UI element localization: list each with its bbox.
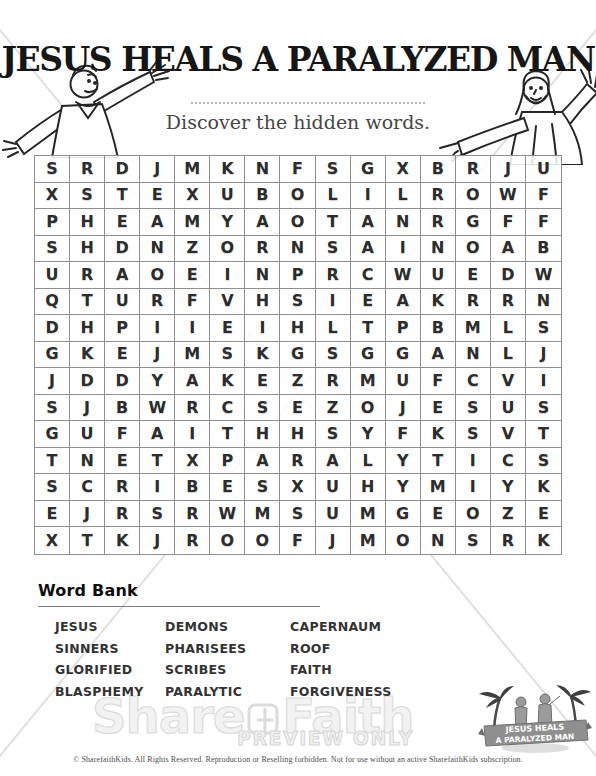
- grid-cell-r2c7[interactable]: B: [245, 183, 280, 210]
- grid-cell-r15c15[interactable]: K: [526, 527, 561, 554]
- grid-cell-r5c7[interactable]: N: [245, 262, 280, 289]
- grid-cell-r10c5[interactable]: R: [175, 395, 210, 422]
- grid-cell-r14c6[interactable]: W: [210, 501, 245, 528]
- grid-cell-r7c7[interactable]: I: [245, 315, 280, 342]
- grid-cell-r9c13[interactable]: C: [456, 368, 491, 395]
- grid-cell-r2c15[interactable]: F: [526, 183, 561, 210]
- grid-cell-r10c11[interactable]: J: [386, 395, 421, 422]
- grid-cell-r5c2[interactable]: R: [70, 262, 105, 289]
- grid-cell-r8c1[interactable]: G: [35, 342, 70, 369]
- grid-cell-r12c8[interactable]: R: [280, 448, 315, 475]
- grid-cell-r13c15[interactable]: K: [526, 474, 561, 501]
- word-search-grid[interactable]: SRDJMKNFSGXBRJUXSTEXUBOLILROWFPHEAMYAOTA…: [34, 155, 562, 555]
- word-bank-column-3: CAPERNAUMROOFFAITHFORGIVENESS: [290, 620, 392, 698]
- grid-cell-r9c12[interactable]: F: [421, 368, 456, 395]
- grid-cell-r3c2[interactable]: H: [70, 209, 105, 236]
- story-thumbnail-badge: JESUS HEALS A PARALYZED MAN: [478, 684, 592, 758]
- grid-cell-r10c1[interactable]: S: [35, 395, 70, 422]
- grid-cell-r6c13[interactable]: R: [456, 289, 491, 316]
- grid-cell-r14c12[interactable]: E: [421, 501, 456, 528]
- grid-cell-r4c9[interactable]: S: [316, 236, 351, 263]
- grid-cell-r4c3[interactable]: D: [105, 236, 140, 263]
- grid-cell-r9c10[interactable]: M: [351, 368, 386, 395]
- grid-cell-r7c14[interactable]: L: [491, 315, 526, 342]
- grid-cell-r13c4[interactable]: I: [140, 474, 175, 501]
- grid-cell-r11c7[interactable]: H: [245, 421, 280, 448]
- grid-cell-r13c5[interactable]: B: [175, 474, 210, 501]
- grid-cell-r1c7[interactable]: N: [245, 156, 280, 183]
- grid-cell-r5c9[interactable]: R: [316, 262, 351, 289]
- grid-cell-r1c8[interactable]: F: [280, 156, 315, 183]
- grid-cell-r14c15[interactable]: E: [526, 501, 561, 528]
- grid-cell-r10c10[interactable]: O: [351, 395, 386, 422]
- page-title: JESUS HEALS A PARALYZED MAN: [0, 40, 596, 79]
- grid-cell-r14c5[interactable]: R: [175, 501, 210, 528]
- grid-cell-r10c8[interactable]: E: [280, 395, 315, 422]
- grid-cell-r15c7[interactable]: O: [245, 527, 280, 554]
- grid-cell-r15c11[interactable]: O: [386, 527, 421, 554]
- grid-cell-r12c2[interactable]: N: [70, 448, 105, 475]
- grid-cell-r3c5[interactable]: M: [175, 209, 210, 236]
- grid-cell-r2c8[interactable]: O: [280, 183, 315, 210]
- grid-cell-r8c2[interactable]: K: [70, 342, 105, 369]
- word-bank-heading: Word Bank: [38, 581, 138, 600]
- grid-cell-r8c8[interactable]: G: [280, 342, 315, 369]
- grid-cell-r8c6[interactable]: S: [210, 342, 245, 369]
- grid-cell-r2c13[interactable]: O: [456, 183, 491, 210]
- grid-cell-r2c2[interactable]: S: [70, 183, 105, 210]
- grid-cell-r1c2[interactable]: R: [70, 156, 105, 183]
- grid-cell-r1c14[interactable]: J: [491, 156, 526, 183]
- grid-cell-r1c13[interactable]: R: [456, 156, 491, 183]
- grid-cell-r14c7[interactable]: M: [245, 501, 280, 528]
- grid-cell-r10c15[interactable]: S: [526, 395, 561, 422]
- grid-cell-r14c14[interactable]: Z: [491, 501, 526, 528]
- grid-cell-r14c10[interactable]: M: [351, 501, 386, 528]
- grid-cell-r5c13[interactable]: E: [456, 262, 491, 289]
- word-bank-item-demons: DEMONS: [165, 620, 290, 633]
- grid-cell-r13c1[interactable]: S: [35, 474, 70, 501]
- grid-cell-r2c12[interactable]: R: [421, 183, 456, 210]
- grid-cell-r14c2[interactable]: J: [70, 501, 105, 528]
- grid-cell-r13c8[interactable]: X: [280, 474, 315, 501]
- grid-cell-r13c2[interactable]: C: [70, 474, 105, 501]
- grid-cell-r7c1[interactable]: D: [35, 315, 70, 342]
- grid-cell-r11c4[interactable]: A: [140, 421, 175, 448]
- grid-cell-r10c13[interactable]: S: [456, 395, 491, 422]
- grid-cell-r12c1[interactable]: T: [35, 448, 70, 475]
- grid-cell-r14c8[interactable]: S: [280, 501, 315, 528]
- word-bank-item-paralytic: PARALYTIC: [165, 685, 290, 698]
- grid-cell-r11c14[interactable]: V: [491, 421, 526, 448]
- grid-cell-r4c1[interactable]: S: [35, 236, 70, 263]
- grid-cell-r14c1[interactable]: E: [35, 501, 70, 528]
- subtitle: Discover the hidden words.: [0, 111, 596, 133]
- grid-cell-r11c9[interactable]: S: [316, 421, 351, 448]
- grid-cell-r12c12[interactable]: T: [421, 448, 456, 475]
- word-bank-item-blasphemy: BLASPHEMY: [55, 685, 165, 698]
- word-bank-column-2: DEMONSPHARISEESSCRIBESPARALYTIC: [165, 620, 290, 698]
- grid-cell-r5c4[interactable]: O: [140, 262, 175, 289]
- grid-cell-r9c4[interactable]: Y: [140, 368, 175, 395]
- grid-cell-r12c14[interactable]: C: [491, 448, 526, 475]
- word-bank-item-jesus: JESUS: [55, 620, 165, 633]
- grid-cell-r12c7[interactable]: A: [245, 448, 280, 475]
- grid-cell-r11c2[interactable]: U: [70, 421, 105, 448]
- grid-cell-r2c14[interactable]: W: [491, 183, 526, 210]
- grid-cell-r11c13[interactable]: S: [456, 421, 491, 448]
- grid-cell-r9c7[interactable]: E: [245, 368, 280, 395]
- grid-cell-r9c9[interactable]: R: [316, 368, 351, 395]
- grid-cell-r15c8[interactable]: F: [280, 527, 315, 554]
- grid-cell-r3c14[interactable]: F: [491, 209, 526, 236]
- grid-cell-r2c9[interactable]: L: [316, 183, 351, 210]
- grid-cell-r5c5[interactable]: E: [175, 262, 210, 289]
- grid-cell-r14c9[interactable]: U: [316, 501, 351, 528]
- grid-cell-r9c8[interactable]: Z: [280, 368, 315, 395]
- grid-cell-r5c14[interactable]: D: [491, 262, 526, 289]
- grid-cell-r11c3[interactable]: F: [105, 421, 140, 448]
- grid-cell-r3c8[interactable]: O: [280, 209, 315, 236]
- grid-cell-r7c12[interactable]: B: [421, 315, 456, 342]
- grid-cell-r3c6[interactable]: Y: [210, 209, 245, 236]
- grid-cell-r12c6[interactable]: P: [210, 448, 245, 475]
- grid-cell-r15c3[interactable]: K: [105, 527, 140, 554]
- grid-cell-r2c11[interactable]: L: [386, 183, 421, 210]
- word-bank-item-pharisees: PHARISEES: [165, 642, 290, 655]
- grid-cell-r6c14[interactable]: R: [491, 289, 526, 316]
- grid-cell-r7c5[interactable]: I: [175, 315, 210, 342]
- grid-cell-r10c14[interactable]: U: [491, 395, 526, 422]
- grid-cell-r6c3[interactable]: U: [105, 289, 140, 316]
- grid-cell-r8c15[interactable]: J: [526, 342, 561, 369]
- word-bank-item-forgiveness: FORGIVENESS: [290, 685, 392, 698]
- grid-cell-r8c14[interactable]: L: [491, 342, 526, 369]
- grid-cell-r6c4[interactable]: R: [140, 289, 175, 316]
- grid-cell-r8c5[interactable]: M: [175, 342, 210, 369]
- grid-cell-r5c6[interactable]: I: [210, 262, 245, 289]
- word-bank-item-faith: FAITH: [290, 663, 392, 676]
- grid-cell-r12c10[interactable]: L: [351, 448, 386, 475]
- grid-cell-r3c3[interactable]: E: [105, 209, 140, 236]
- grid-cell-r15c5[interactable]: R: [175, 527, 210, 554]
- grid-cell-r3c4[interactable]: A: [140, 209, 175, 236]
- grid-cell-r1c15[interactable]: U: [526, 156, 561, 183]
- grid-cell-r6c10[interactable]: E: [351, 289, 386, 316]
- grid-cell-r8c12[interactable]: A: [421, 342, 456, 369]
- grid-cell-r15c9[interactable]: J: [316, 527, 351, 554]
- grid-cell-r11c6[interactable]: T: [210, 421, 245, 448]
- grid-cell-r15c1[interactable]: X: [35, 527, 70, 554]
- grid-cell-r13c13[interactable]: I: [456, 474, 491, 501]
- grid-cell-r1c1[interactable]: S: [35, 156, 70, 183]
- grid-cell-r9c14[interactable]: V: [491, 368, 526, 395]
- grid-cell-r5c10[interactable]: C: [351, 262, 386, 289]
- word-bank-item-roof: ROOF: [290, 642, 392, 655]
- grid-cell-r3c1[interactable]: P: [35, 209, 70, 236]
- grid-cell-r8c7[interactable]: K: [245, 342, 280, 369]
- grid-cell-r6c6[interactable]: V: [210, 289, 245, 316]
- grid-cell-r12c15[interactable]: S: [526, 448, 561, 475]
- grid-cell-r7c3[interactable]: P: [105, 315, 140, 342]
- grid-cell-r15c6[interactable]: O: [210, 527, 245, 554]
- grid-cell-r10c2[interactable]: J: [70, 395, 105, 422]
- grid-cell-r7c13[interactable]: M: [456, 315, 491, 342]
- header-dotted-divider: [191, 102, 425, 104]
- grid-cell-r4c8[interactable]: N: [280, 236, 315, 263]
- grid-cell-r9c1[interactable]: J: [35, 368, 70, 395]
- grid-cell-r6c5[interactable]: F: [175, 289, 210, 316]
- grid-cell-r7c11[interactable]: P: [386, 315, 421, 342]
- word-bank-item-glorified: GLORIFIED: [55, 663, 165, 676]
- grid-cell-r1c6[interactable]: K: [210, 156, 245, 183]
- grid-cell-r1c9[interactable]: S: [316, 156, 351, 183]
- grid-cell-r10c12[interactable]: E: [421, 395, 456, 422]
- grid-cell-r12c5[interactable]: X: [175, 448, 210, 475]
- word-bank-divider: [38, 606, 320, 607]
- grid-cell-r1c3[interactable]: D: [105, 156, 140, 183]
- grid-cell-r3c13[interactable]: G: [456, 209, 491, 236]
- grid-cell-r12c4[interactable]: T: [140, 448, 175, 475]
- grid-cell-r10c4[interactable]: W: [140, 395, 175, 422]
- grid-cell-r10c9[interactable]: Z: [316, 395, 351, 422]
- grid-cell-r7c2[interactable]: H: [70, 315, 105, 342]
- grid-cell-r1c12[interactable]: B: [421, 156, 456, 183]
- grid-cell-r3c15[interactable]: F: [526, 209, 561, 236]
- grid-cell-r4c2[interactable]: H: [70, 236, 105, 263]
- word-bank-item-scribes: SCRIBES: [165, 663, 290, 676]
- grid-cell-r13c14[interactable]: Y: [491, 474, 526, 501]
- grid-cell-r1c10[interactable]: G: [351, 156, 386, 183]
- grid-cell-r13c6[interactable]: E: [210, 474, 245, 501]
- grid-cell-r12c9[interactable]: A: [316, 448, 351, 475]
- grid-cell-r3c10[interactable]: A: [351, 209, 386, 236]
- grid-cell-r1c5[interactable]: M: [175, 156, 210, 183]
- grid-cell-r9c3[interactable]: D: [105, 368, 140, 395]
- grid-cell-r7c4[interactable]: I: [140, 315, 175, 342]
- preview-only-watermark: PREVIEW ONLY: [237, 727, 414, 749]
- grid-cell-r15c13[interactable]: S: [456, 527, 491, 554]
- grid-cell-r9c6[interactable]: K: [210, 368, 245, 395]
- grid-cell-r12c3[interactable]: E: [105, 448, 140, 475]
- grid-cell-r2c10[interactable]: I: [351, 183, 386, 210]
- grid-cell-r6c12[interactable]: K: [421, 289, 456, 316]
- grid-cell-r4c4[interactable]: N: [140, 236, 175, 263]
- grid-cell-r11c5[interactable]: I: [175, 421, 210, 448]
- grid-cell-r4c10[interactable]: A: [351, 236, 386, 263]
- grid-cell-r8c3[interactable]: E: [105, 342, 140, 369]
- grid-cell-r14c11[interactable]: G: [386, 501, 421, 528]
- grid-cell-r4c15[interactable]: B: [526, 236, 561, 263]
- grid-cell-r5c3[interactable]: A: [105, 262, 140, 289]
- grid-cell-r1c11[interactable]: X: [386, 156, 421, 183]
- grid-cell-r3c11[interactable]: N: [386, 209, 421, 236]
- grid-cell-r15c12[interactable]: N: [421, 527, 456, 554]
- grid-cell-r2c6[interactable]: U: [210, 183, 245, 210]
- grid-cell-r6c1[interactable]: Q: [35, 289, 70, 316]
- grid-cell-r11c12[interactable]: K: [421, 421, 456, 448]
- grid-cell-r11c15[interactable]: T: [526, 421, 561, 448]
- grid-cell-r6c7[interactable]: H: [245, 289, 280, 316]
- grid-cell-r8c9[interactable]: S: [316, 342, 351, 369]
- grid-cell-r6c8[interactable]: S: [280, 289, 315, 316]
- grid-cell-r7c6[interactable]: E: [210, 315, 245, 342]
- grid-cell-r13c3[interactable]: R: [105, 474, 140, 501]
- grid-cell-r10c6[interactable]: C: [210, 395, 245, 422]
- grid-cell-r4c7[interactable]: R: [245, 236, 280, 263]
- grid-cell-r4c14[interactable]: A: [491, 236, 526, 263]
- grid-cell-r4c5[interactable]: Z: [175, 236, 210, 263]
- grid-cell-r3c12[interactable]: R: [421, 209, 456, 236]
- grid-cell-r5c11[interactable]: W: [386, 262, 421, 289]
- copyright-notice: © SharefaithKids. All Rights Reserved. R…: [0, 755, 596, 764]
- grid-cell-r5c15[interactable]: W: [526, 262, 561, 289]
- grid-cell-r15c14[interactable]: R: [491, 527, 526, 554]
- grid-cell-r13c7[interactable]: S: [245, 474, 280, 501]
- grid-cell-r3c7[interactable]: A: [245, 209, 280, 236]
- grid-cell-r9c5[interactable]: A: [175, 368, 210, 395]
- grid-cell-r5c12[interactable]: U: [421, 262, 456, 289]
- grid-cell-r1c4[interactable]: J: [140, 156, 175, 183]
- grid-cell-r8c4[interactable]: J: [140, 342, 175, 369]
- grid-cell-r11c1[interactable]: G: [35, 421, 70, 448]
- grid-cell-r8c13[interactable]: N: [456, 342, 491, 369]
- word-bank-item-capernaum: CAPERNAUM: [290, 620, 392, 633]
- grid-cell-r14c3[interactable]: R: [105, 501, 140, 528]
- grid-cell-r7c8[interactable]: H: [280, 315, 315, 342]
- grid-cell-r9c2[interactable]: D: [70, 368, 105, 395]
- grid-cell-r2c4[interactable]: E: [140, 183, 175, 210]
- grid-cell-r15c2[interactable]: T: [70, 527, 105, 554]
- grid-cell-r6c15[interactable]: N: [526, 289, 561, 316]
- grid-cell-r4c11[interactable]: I: [386, 236, 421, 263]
- grid-cell-r8c10[interactable]: G: [351, 342, 386, 369]
- grid-cell-r11c10[interactable]: Y: [351, 421, 386, 448]
- grid-cell-r5c1[interactable]: U: [35, 262, 70, 289]
- grid-cell-r10c3[interactable]: B: [105, 395, 140, 422]
- grid-cell-r12c13[interactable]: I: [456, 448, 491, 475]
- grid-cell-r7c10[interactable]: T: [351, 315, 386, 342]
- grid-cell-r14c4[interactable]: S: [140, 501, 175, 528]
- grid-cell-r13c11[interactable]: Y: [386, 474, 421, 501]
- grid-cell-r2c1[interactable]: X: [35, 183, 70, 210]
- grid-cell-r13c9[interactable]: U: [316, 474, 351, 501]
- worksheet-page: Share Faith PREVIEW ONLY JESUS HEALS A P…: [0, 0, 596, 776]
- grid-cell-r13c10[interactable]: H: [351, 474, 386, 501]
- grid-cell-r10c7[interactable]: S: [245, 395, 280, 422]
- grid-cell-r15c10[interactable]: M: [351, 527, 386, 554]
- grid-cell-r9c15[interactable]: I: [526, 368, 561, 395]
- grid-cell-r5c8[interactable]: P: [280, 262, 315, 289]
- grid-cell-r4c6[interactable]: O: [210, 236, 245, 263]
- grid-cell-r6c2[interactable]: T: [70, 289, 105, 316]
- grid-cell-r3c9[interactable]: T: [316, 209, 351, 236]
- grid-cell-r8c11[interactable]: G: [386, 342, 421, 369]
- word-bank-item-sinners: SINNERS: [55, 642, 165, 655]
- grid-cell-r7c15[interactable]: S: [526, 315, 561, 342]
- grid-cell-r4c13[interactable]: O: [456, 236, 491, 263]
- word-bank-list: JESUSSINNERSGLORIFIEDBLASPHEMYDEMONSPHAR…: [55, 620, 392, 698]
- grid-cell-r6c9[interactable]: I: [316, 289, 351, 316]
- grid-cell-r14c13[interactable]: O: [456, 501, 491, 528]
- word-bank-column-1: JESUSSINNERSGLORIFIEDBLASPHEMY: [55, 620, 165, 698]
- grid-cell-r9c11[interactable]: U: [386, 368, 421, 395]
- grid-cell-r2c3[interactable]: T: [105, 183, 140, 210]
- grid-cell-r13c12[interactable]: M: [421, 474, 456, 501]
- grid-cell-r7c9[interactable]: L: [316, 315, 351, 342]
- grid-cell-r11c11[interactable]: F: [386, 421, 421, 448]
- grid-cell-r15c4[interactable]: J: [140, 527, 175, 554]
- grid-cell-r2c5[interactable]: X: [175, 183, 210, 210]
- grid-cell-r4c12[interactable]: N: [421, 236, 456, 263]
- grid-cell-r12c11[interactable]: Y: [386, 448, 421, 475]
- grid-cell-r11c8[interactable]: H: [280, 421, 315, 448]
- grid-cell-r6c11[interactable]: A: [386, 289, 421, 316]
